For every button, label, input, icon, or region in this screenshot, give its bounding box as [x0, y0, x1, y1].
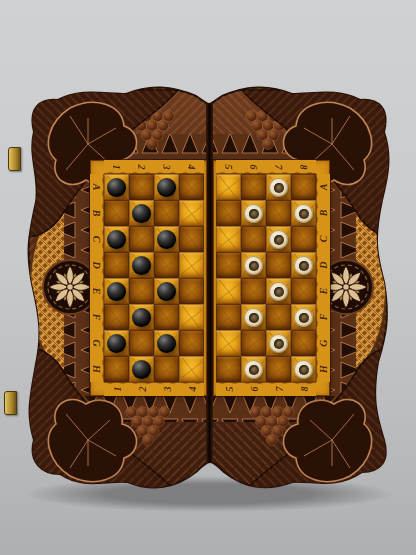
column-label-8: 8	[297, 377, 311, 402]
column-label-1: 1	[110, 377, 124, 402]
black-piece[interactable]	[107, 282, 126, 301]
square-B2[interactable]	[129, 200, 154, 226]
black-piece[interactable]	[157, 230, 176, 249]
square-F7[interactable]	[266, 304, 291, 330]
square-C3[interactable]	[154, 226, 179, 252]
square-A3[interactable]	[154, 174, 179, 200]
square-D2[interactable]	[129, 252, 154, 278]
white-piece[interactable]	[294, 360, 313, 379]
column-label-4: 4	[185, 377, 199, 402]
column-labels-bottom-left: 1234	[104, 382, 204, 396]
square-D7[interactable]	[266, 252, 291, 278]
square-C1[interactable]	[104, 226, 129, 252]
column-label-7: 7	[272, 377, 286, 402]
hinge-bottom	[4, 391, 17, 415]
black-piece[interactable]	[157, 334, 176, 353]
square-H8[interactable]	[291, 356, 316, 382]
column-label-2: 2	[135, 377, 149, 402]
black-piece[interactable]	[107, 334, 126, 353]
square-F3[interactable]	[154, 304, 179, 330]
white-piece[interactable]	[244, 360, 263, 379]
square-E8[interactable]	[291, 278, 316, 304]
square-D3[interactable]	[154, 252, 179, 278]
white-piece[interactable]	[294, 204, 313, 223]
square-F8[interactable]	[291, 304, 316, 330]
playing-field: 1234 ABCDEFGH 1234 5678 ABCDEFGH 5678	[90, 160, 330, 396]
square-G6[interactable]	[241, 330, 266, 356]
square-F2[interactable]	[129, 304, 154, 330]
white-piece[interactable]	[244, 204, 263, 223]
row-labels-left: ABCDEFGH	[90, 174, 104, 382]
square-C5[interactable]	[216, 226, 241, 252]
board-half-left: 1234 ABCDEFGH 1234	[90, 160, 207, 396]
square-A7[interactable]	[266, 174, 291, 200]
square-F6[interactable]	[241, 304, 266, 330]
square-D8[interactable]	[291, 252, 316, 278]
photo-background: 1234 ABCDEFGH 1234 5678 ABCDEFGH 5678	[0, 0, 416, 555]
checker-grid-left	[104, 174, 204, 382]
square-D1[interactable]	[104, 252, 129, 278]
square-A5[interactable]	[216, 174, 241, 200]
white-piece[interactable]	[244, 256, 263, 275]
square-E4[interactable]	[179, 278, 204, 304]
square-B5[interactable]	[216, 200, 241, 226]
black-piece[interactable]	[132, 256, 151, 275]
square-F4[interactable]	[179, 304, 204, 330]
square-B6[interactable]	[241, 200, 266, 226]
square-C7[interactable]	[266, 226, 291, 252]
square-E2[interactable]	[129, 278, 154, 304]
white-piece[interactable]	[269, 230, 288, 249]
black-piece[interactable]	[157, 282, 176, 301]
square-E7[interactable]	[266, 278, 291, 304]
square-A6[interactable]	[241, 174, 266, 200]
white-piece[interactable]	[294, 308, 313, 327]
square-G2[interactable]	[129, 330, 154, 356]
square-A2[interactable]	[129, 174, 154, 200]
hinge-top	[8, 147, 21, 171]
black-piece[interactable]	[157, 178, 176, 197]
square-B1[interactable]	[104, 200, 129, 226]
square-D6[interactable]	[241, 252, 266, 278]
square-C6[interactable]	[241, 226, 266, 252]
white-piece[interactable]	[269, 282, 288, 301]
square-G4[interactable]	[179, 330, 204, 356]
square-B3[interactable]	[154, 200, 179, 226]
column-labels-bottom-right: 5678	[216, 382, 316, 396]
square-B4[interactable]	[179, 200, 204, 226]
square-D4[interactable]	[179, 252, 204, 278]
square-F1[interactable]	[104, 304, 129, 330]
column-labels-top-left: 1234	[104, 160, 204, 174]
square-E3[interactable]	[154, 278, 179, 304]
black-piece[interactable]	[132, 308, 151, 327]
square-B8[interactable]	[291, 200, 316, 226]
white-piece[interactable]	[244, 308, 263, 327]
column-label-5: 5	[222, 377, 236, 402]
white-piece[interactable]	[294, 256, 313, 275]
square-B7[interactable]	[266, 200, 291, 226]
column-label-3: 3	[160, 377, 174, 402]
square-G7[interactable]	[266, 330, 291, 356]
square-G8[interactable]	[291, 330, 316, 356]
white-piece[interactable]	[269, 334, 288, 353]
column-label-6: 6	[247, 377, 261, 402]
square-A8[interactable]	[291, 174, 316, 200]
black-piece[interactable]	[132, 204, 151, 223]
square-H6[interactable]	[241, 356, 266, 382]
white-piece[interactable]	[269, 178, 288, 197]
board-half-right: 5678 ABCDEFGH 5678	[213, 160, 330, 396]
square-G3[interactable]	[154, 330, 179, 356]
square-A1[interactable]	[104, 174, 129, 200]
square-D5[interactable]	[216, 252, 241, 278]
square-H2[interactable]	[129, 356, 154, 382]
checker-grid-right	[216, 174, 316, 382]
square-C4[interactable]	[179, 226, 204, 252]
square-G5[interactable]	[216, 330, 241, 356]
square-E5[interactable]	[216, 278, 241, 304]
column-labels-top-right: 5678	[216, 160, 316, 174]
square-F5[interactable]	[216, 304, 241, 330]
black-piece[interactable]	[132, 360, 151, 379]
square-G1[interactable]	[104, 330, 129, 356]
square-E6[interactable]	[241, 278, 266, 304]
square-A4[interactable]	[179, 174, 204, 200]
square-C8[interactable]	[291, 226, 316, 252]
black-piece[interactable]	[107, 178, 126, 197]
square-E1[interactable]	[104, 278, 129, 304]
row-labels-right: ABCDEFGH	[316, 174, 330, 382]
square-C2[interactable]	[129, 226, 154, 252]
black-piece[interactable]	[107, 230, 126, 249]
